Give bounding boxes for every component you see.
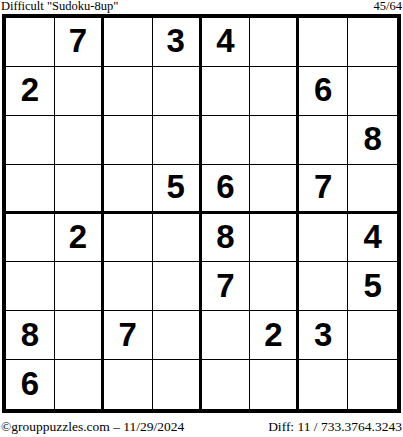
empty-cell-r4c8[interactable] bbox=[348, 165, 397, 214]
empty-cell-r2c4[interactable] bbox=[153, 67, 202, 116]
empty-cell-r1c1[interactable] bbox=[6, 18, 55, 67]
empty-cell-r7c4[interactable] bbox=[153, 311, 202, 360]
empty-cell-r1c6[interactable] bbox=[250, 18, 299, 67]
empty-cell-r2c3[interactable] bbox=[104, 67, 153, 116]
given-cell-r4c4: 5 bbox=[153, 165, 202, 214]
empty-cell-r3c2[interactable] bbox=[55, 116, 104, 165]
empty-cell-r2c5[interactable] bbox=[202, 67, 251, 116]
empty-cell-r7c5[interactable] bbox=[202, 311, 251, 360]
empty-cell-r6c2[interactable] bbox=[55, 262, 104, 311]
empty-cell-r8c4[interactable] bbox=[153, 360, 202, 409]
given-cell-r8c1: 6 bbox=[6, 360, 55, 409]
empty-cell-r5c3[interactable] bbox=[104, 214, 153, 263]
given-cell-r2c7: 6 bbox=[299, 67, 348, 116]
given-cell-r7c7: 3 bbox=[299, 311, 348, 360]
empty-cell-r1c8[interactable] bbox=[348, 18, 397, 67]
given-cell-r5c8: 4 bbox=[348, 214, 397, 263]
empty-cell-r6c3[interactable] bbox=[104, 262, 153, 311]
difficulty-info: Diff: 11 / 733.3764.3243 bbox=[268, 419, 402, 434]
empty-cell-r5c4[interactable] bbox=[153, 214, 202, 263]
empty-cell-r3c4[interactable] bbox=[153, 116, 202, 165]
given-cell-r7c1: 8 bbox=[6, 311, 55, 360]
empty-cell-r8c3[interactable] bbox=[104, 360, 153, 409]
empty-cell-r5c7[interactable] bbox=[299, 214, 348, 263]
given-cell-r5c5: 8 bbox=[202, 214, 251, 263]
given-cell-r5c2: 2 bbox=[55, 214, 104, 263]
empty-cell-r2c8[interactable] bbox=[348, 67, 397, 116]
given-cell-r4c5: 6 bbox=[202, 165, 251, 214]
empty-cell-r1c3[interactable] bbox=[104, 18, 153, 67]
given-cell-r4c7: 7 bbox=[299, 165, 348, 214]
empty-cell-r8c2[interactable] bbox=[55, 360, 104, 409]
empty-cell-r6c1[interactable] bbox=[6, 262, 55, 311]
empty-cell-r8c8[interactable] bbox=[348, 360, 397, 409]
puzzle-counter: 45/64 bbox=[374, 0, 402, 13]
given-cell-r1c5: 4 bbox=[202, 18, 251, 67]
given-cell-r3c8: 8 bbox=[348, 116, 397, 165]
given-cell-r7c3: 7 bbox=[104, 311, 153, 360]
puzzle-title: Difficult "Sudoku-8up" bbox=[1, 0, 118, 13]
given-cell-r6c8: 5 bbox=[348, 262, 397, 311]
empty-cell-r4c1[interactable] bbox=[6, 165, 55, 214]
empty-cell-r5c6[interactable] bbox=[250, 214, 299, 263]
given-cell-r1c4: 3 bbox=[153, 18, 202, 67]
empty-cell-r7c2[interactable] bbox=[55, 311, 104, 360]
empty-cell-r1c7[interactable] bbox=[299, 18, 348, 67]
empty-cell-r6c6[interactable] bbox=[250, 262, 299, 311]
empty-cell-r8c5[interactable] bbox=[202, 360, 251, 409]
empty-cell-r2c2[interactable] bbox=[55, 67, 104, 116]
footer: ©grouppuzzles.com – 11/29/2024 Diff: 11 … bbox=[0, 419, 403, 434]
empty-cell-r6c4[interactable] bbox=[153, 262, 202, 311]
empty-cell-r5c1[interactable] bbox=[6, 214, 55, 263]
empty-cell-r3c7[interactable] bbox=[299, 116, 348, 165]
header: Difficult "Sudoku-8up" 45/64 bbox=[0, 0, 403, 14]
copyright-date: ©grouppuzzles.com – 11/29/2024 bbox=[1, 419, 184, 434]
empty-cell-r3c6[interactable] bbox=[250, 116, 299, 165]
empty-cell-r2c6[interactable] bbox=[250, 67, 299, 116]
empty-cell-r4c3[interactable] bbox=[104, 165, 153, 214]
empty-cell-r3c5[interactable] bbox=[202, 116, 251, 165]
empty-cell-r4c6[interactable] bbox=[250, 165, 299, 214]
given-cell-r1c2: 7 bbox=[55, 18, 104, 67]
sudoku-grid: 7342685672847587236 bbox=[2, 14, 401, 413]
empty-cell-r3c3[interactable] bbox=[104, 116, 153, 165]
empty-cell-r6c7[interactable] bbox=[299, 262, 348, 311]
given-cell-r2c1: 2 bbox=[6, 67, 55, 116]
empty-cell-r3c1[interactable] bbox=[6, 116, 55, 165]
empty-cell-r8c7[interactable] bbox=[299, 360, 348, 409]
empty-cell-r7c8[interactable] bbox=[348, 311, 397, 360]
empty-cell-r8c6[interactable] bbox=[250, 360, 299, 409]
given-cell-r7c6: 2 bbox=[250, 311, 299, 360]
empty-cell-r4c2[interactable] bbox=[55, 165, 104, 214]
given-cell-r6c5: 7 bbox=[202, 262, 251, 311]
